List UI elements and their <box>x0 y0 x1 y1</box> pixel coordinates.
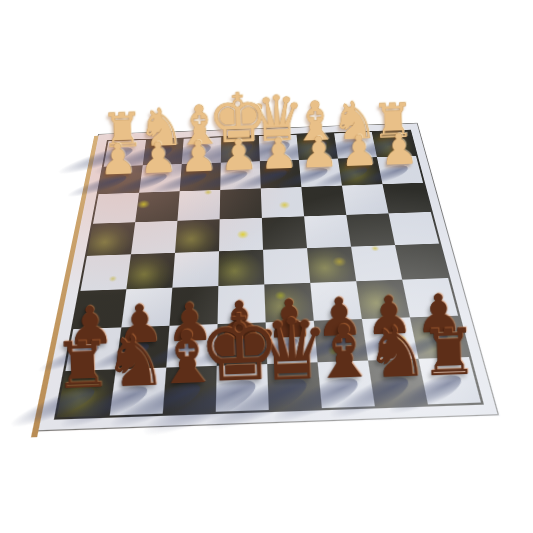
piece-white-pawn-d2[interactable]: ♟ <box>259 132 299 176</box>
piece-black-rook-h8[interactable]: ♜ <box>53 334 112 399</box>
piece-white-pawn-g2[interactable]: ♟ <box>139 137 179 181</box>
photo-background: ♜♞♝♛♚♝♞♜♟♟♟♟♟♟♟♟♜♞♝♛♚♝♞♜♟♟♟♟♟♟♟♟ <box>0 0 533 533</box>
board-tilt-wrapper: ♜♞♝♛♚♝♞♜♟♟♟♟♟♟♟♟♜♞♝♛♚♝♞♜♟♟♟♟♟♟♟♟ <box>67 54 458 445</box>
pieces-layer: ♜♞♝♛♚♝♞♜♟♟♟♟♟♟♟♟♜♞♝♛♚♝♞♜♟♟♟♟♟♟♟♟ <box>67 54 458 445</box>
piece-white-pawn-b2[interactable]: ♟ <box>339 130 379 174</box>
piece-white-pawn-a2[interactable]: ♟ <box>380 128 420 172</box>
piece-white-pawn-h2[interactable]: ♟ <box>98 138 138 182</box>
piece-white-pawn-f2[interactable]: ♟ <box>179 135 219 179</box>
piece-white-pawn-c2[interactable]: ♟ <box>299 131 339 175</box>
piece-white-pawn-e2[interactable]: ♟ <box>219 134 259 178</box>
